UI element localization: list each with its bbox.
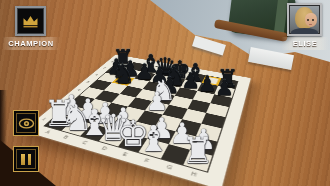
avatar-face (305, 13, 317, 27)
champion-badge (15, 6, 46, 36)
avatar-hair (295, 7, 314, 29)
piece-white-B-f1[interactable]: ♝ (137, 122, 169, 158)
player-avatar (287, 3, 322, 36)
eye-icon (18, 118, 35, 129)
pause-icon (21, 154, 31, 165)
player-label-left: CHAMPION (2, 37, 60, 50)
player-label-right: ELISE (281, 37, 329, 50)
avatar-mouth (309, 24, 312, 25)
avatar-eye-right (312, 19, 314, 21)
piece-black-P-g7[interactable]: ♟ (198, 73, 217, 94)
piece-white-R-h1[interactable]: ♜ (182, 134, 214, 170)
game-scene: ABCDEFGH 87654321 ♜♞♝♛♚♝♜♟♟♟♟♟♟♟♟♞♜♝♛♚♝♜… (0, 0, 330, 186)
piece-black-N-b6[interactable]: ♞ (111, 61, 135, 88)
piece-black-P-h7[interactable]: ♟ (215, 77, 234, 98)
crown-icon (22, 15, 39, 28)
avatar-eye-left (307, 19, 309, 21)
view-toggle-button[interactable] (13, 110, 39, 136)
pause-button[interactable] (13, 146, 39, 172)
avatar-shoulders (291, 28, 318, 36)
